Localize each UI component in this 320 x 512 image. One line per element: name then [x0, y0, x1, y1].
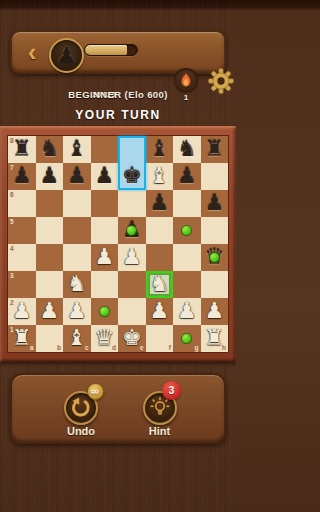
square-e4[interactable]: ♟ [118, 244, 146, 271]
piece-black-rook-h8[interactable]: ♜ [201, 135, 229, 162]
piece-black-pawn-d7[interactable]: ♟ [91, 162, 119, 189]
square-c6[interactable] [63, 190, 91, 217]
piece-black-pawn-a7[interactable]: ♟ [8, 162, 36, 189]
square-g8[interactable]: ♞ [173, 136, 201, 163]
square-b3[interactable] [36, 271, 64, 298]
square-a7[interactable]: 7♟ [8, 163, 36, 190]
piece-white-rook-a1[interactable]: ♜ [8, 324, 36, 351]
piece-white-king-e1[interactable]: ♚ [118, 324, 146, 351]
square-c8[interactable]: ♝ [63, 136, 91, 163]
rank-label-4: 4 [10, 245, 14, 252]
square-f3[interactable]: ♞ [146, 271, 174, 298]
file-label-g: g [195, 344, 199, 351]
square-d8[interactable] [91, 136, 119, 163]
file-label-f: f [169, 344, 171, 351]
square-f7[interactable]: ♝ [146, 163, 174, 190]
piece-black-rook-a8[interactable]: ♜ [8, 135, 36, 162]
square-b7[interactable]: ♟ [36, 163, 64, 190]
square-f5[interactable] [146, 217, 174, 244]
square-h1[interactable]: h♜ [201, 325, 229, 352]
square-d2[interactable] [91, 298, 119, 325]
piece-white-pawn-h2[interactable]: ♟ [201, 297, 229, 324]
rank-label-6: 6 [10, 191, 14, 198]
rank-label-5: 5 [10, 218, 14, 225]
piece-white-knight-c3[interactable]: ♞ [63, 270, 91, 297]
square-a1[interactable]: 1a♜ [8, 325, 36, 352]
square-e3[interactable] [118, 271, 146, 298]
piece-white-pawn-d4[interactable]: ♟ [91, 243, 119, 270]
piece-white-knight-f3[interactable]: ♞ [146, 270, 174, 297]
piece-white-bishop-f7[interactable]: ♝ [146, 162, 174, 189]
square-b2[interactable]: ♟ [36, 298, 64, 325]
piece-black-pawn-c7[interactable]: ♟ [63, 162, 91, 189]
square-h8[interactable]: ♜ [201, 136, 229, 163]
square-a2[interactable]: 2♟ [8, 298, 36, 325]
difficulty-label: BEGINNER (Elo 600) [0, 89, 236, 100]
undo-unlimited-badge: ∞ [87, 383, 104, 400]
undo-label: Undo [51, 425, 111, 437]
piece-black-king-e7[interactable]: ♚ [118, 162, 146, 189]
square-g5[interactable] [173, 217, 201, 244]
back-chevron-icon: ‹ [28, 37, 37, 67]
piece-white-pawn-b2[interactable]: ♟ [36, 297, 64, 324]
square-g3[interactable] [173, 271, 201, 298]
square-b4[interactable] [36, 244, 64, 271]
square-e7[interactable]: ♚ [118, 163, 146, 190]
piece-white-pawn-c2[interactable]: ♟ [63, 297, 91, 324]
piece-black-pawn-f6[interactable]: ♟ [146, 189, 174, 216]
progress-fill [85, 45, 127, 55]
back-button[interactable]: ‹ [22, 37, 42, 67]
board-frame: 8♜♞♝♝♞♜7♟♟♟♟♚♝♟6♟♟5♟4♟♟♛3♞♞2♟♟♟♟♟♟1a♜bc♝… [0, 126, 236, 362]
square-f6[interactable]: ♟ [146, 190, 174, 217]
piece-white-pawn-f2[interactable]: ♟ [146, 297, 174, 324]
square-d6[interactable] [91, 190, 119, 217]
square-g6[interactable] [173, 190, 201, 217]
move-target-dot-g1[interactable] [182, 334, 191, 343]
square-c1[interactable]: c♝ [63, 325, 91, 352]
square-b8[interactable]: ♞ [36, 136, 64, 163]
piece-black-knight-g8[interactable]: ♞ [173, 135, 201, 162]
square-c3[interactable]: ♞ [63, 271, 91, 298]
hint-label: Hint [130, 425, 190, 437]
square-c2[interactable]: ♟ [63, 298, 91, 325]
rank-label-3: 3 [10, 272, 14, 279]
top-bar: ‹ ♟ 20 / 25 1 [10, 30, 226, 74]
piece-white-rook-h1[interactable]: ♜ [201, 324, 229, 351]
square-a3[interactable]: 3 [8, 271, 36, 298]
move-target-dot-h4[interactable] [210, 253, 219, 262]
action-panel: ∞ Undo 3 Hint [10, 373, 226, 444]
hint-count-badge: 3 [162, 381, 181, 400]
square-g4[interactable] [173, 244, 201, 271]
piece-black-bishop-f8[interactable]: ♝ [146, 135, 174, 162]
square-c4[interactable] [63, 244, 91, 271]
flame-icon [180, 73, 192, 88]
square-a8[interactable]: 8♜ [8, 136, 36, 163]
square-f4[interactable] [146, 244, 174, 271]
level-badge[interactable]: ♟ [49, 38, 84, 73]
square-g1[interactable]: g [173, 325, 201, 352]
square-f8[interactable]: ♝ [146, 136, 174, 163]
square-e8[interactable] [118, 136, 146, 163]
piece-white-pawn-g2[interactable]: ♟ [173, 297, 201, 324]
square-d7[interactable]: ♟ [91, 163, 119, 190]
square-c7[interactable]: ♟ [63, 163, 91, 190]
square-g2[interactable]: ♟ [173, 298, 201, 325]
infinity-icon: ∞ [91, 385, 99, 397]
black-pawn-icon: ♟ [56, 44, 77, 67]
square-b6[interactable] [36, 190, 64, 217]
square-b1[interactable]: b [36, 325, 64, 352]
square-d5[interactable] [91, 217, 119, 244]
square-h6[interactable]: ♟ [201, 190, 229, 217]
piece-white-queen-d1[interactable]: ♛ [91, 324, 119, 351]
piece-black-pawn-b7[interactable]: ♟ [36, 162, 64, 189]
move-target-dot-d2[interactable] [100, 307, 109, 316]
square-h7[interactable] [201, 163, 229, 190]
undo-arrow-icon [70, 397, 92, 419]
piece-white-bishop-c1[interactable]: ♝ [63, 324, 91, 351]
level-progress-bar [84, 44, 138, 56]
square-h4[interactable]: ♛ [201, 244, 229, 271]
square-a5[interactable]: 5 [8, 217, 36, 244]
piece-black-knight-b8[interactable]: ♞ [36, 135, 64, 162]
square-d4[interactable]: ♟ [91, 244, 119, 271]
move-target-dot-g5[interactable] [182, 226, 191, 235]
square-a4[interactable]: 4 [8, 244, 36, 271]
square-f2[interactable]: ♟ [146, 298, 174, 325]
square-e5[interactable]: ♟ [118, 217, 146, 244]
square-d1[interactable]: d♛ [91, 325, 119, 352]
square-e1[interactable]: e♚ [118, 325, 146, 352]
file-label-b: b [57, 344, 61, 351]
square-h3[interactable] [201, 271, 229, 298]
piece-white-pawn-e4[interactable]: ♟ [118, 243, 146, 270]
square-c5[interactable] [63, 217, 91, 244]
piece-black-pawn-g7[interactable]: ♟ [173, 162, 201, 189]
square-g7[interactable]: ♟ [173, 163, 201, 190]
square-a6[interactable]: 6 [8, 190, 36, 217]
piece-black-bishop-c8[interactable]: ♝ [63, 135, 91, 162]
chess-board: 8♜♞♝♝♞♜7♟♟♟♟♚♝♟6♟♟5♟4♟♟♛3♞♞2♟♟♟♟♟♟1a♜bc♝… [8, 136, 228, 352]
turn-indicator: YOUR TURN [0, 108, 236, 122]
lightbulb-icon [149, 397, 171, 419]
square-f1[interactable]: f [146, 325, 174, 352]
square-e6[interactable] [118, 190, 146, 217]
square-b5[interactable] [36, 217, 64, 244]
piece-black-pawn-h6[interactable]: ♟ [201, 189, 229, 216]
square-e2[interactable] [118, 298, 146, 325]
square-d3[interactable] [91, 271, 119, 298]
piece-white-pawn-a2[interactable]: ♟ [8, 297, 36, 324]
square-h5[interactable] [201, 217, 229, 244]
square-h2[interactable]: ♟ [201, 298, 229, 325]
